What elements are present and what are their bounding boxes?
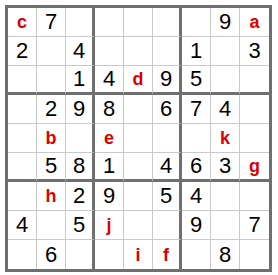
cell-r7c6: 5 [153, 182, 182, 211]
given-digit: 1 [190, 40, 202, 62]
cell-r7c7: 4 [182, 182, 211, 211]
given-digit: 7 [248, 214, 260, 236]
cell-r5c8[interactable]: k [211, 124, 240, 153]
cell-r7c5[interactable] [124, 182, 153, 211]
letter-marker: h [46, 187, 57, 205]
cell-r6c3: 8 [66, 153, 95, 182]
cell-r8c3: 5 [66, 211, 95, 240]
given-digit: 9 [219, 11, 231, 33]
cell-r7c3: 2 [66, 182, 95, 211]
cell-r5c7[interactable] [182, 124, 211, 153]
given-digit: 7 [190, 98, 202, 120]
cell-r8c7: 9 [182, 211, 211, 240]
given-digit: 5 [190, 68, 202, 90]
cell-r2c5[interactable] [124, 37, 153, 66]
cell-r4c7: 7 [182, 95, 211, 124]
cell-r4c2: 2 [37, 95, 66, 124]
cell-r7c2[interactable]: h [37, 182, 66, 211]
cell-r2c3: 4 [66, 37, 95, 66]
cell-r2c1: 2 [8, 37, 37, 66]
cell-r1c7[interactable] [182, 8, 211, 37]
cell-r1c6[interactable] [153, 8, 182, 37]
cell-r6c1[interactable] [8, 153, 37, 182]
cell-r9c2: 6 [37, 240, 66, 269]
cell-r8c6[interactable] [153, 211, 182, 240]
cell-r3c8[interactable] [211, 66, 240, 95]
cell-r5c4[interactable]: e [95, 124, 124, 153]
cell-r8c5[interactable] [124, 211, 153, 240]
cell-r6c8: 3 [211, 153, 240, 182]
cell-r8c4[interactable]: j [95, 211, 124, 240]
cell-r3c1[interactable] [8, 66, 37, 95]
cell-r4c5[interactable] [124, 95, 153, 124]
cell-r2c2[interactable] [37, 37, 66, 66]
given-digit: 9 [190, 214, 202, 236]
given-digit: 9 [73, 98, 85, 120]
cell-r7c4: 9 [95, 182, 124, 211]
cell-r9c9[interactable] [240, 240, 269, 269]
cell-r4c1[interactable] [8, 95, 37, 124]
cell-r7c1[interactable] [8, 182, 37, 211]
letter-marker: i [135, 246, 140, 264]
letter-marker: j [106, 216, 111, 234]
given-digit: 9 [103, 185, 115, 207]
given-digit: 1 [73, 68, 85, 90]
cell-r6c5[interactable] [124, 153, 153, 182]
cell-r8c1: 4 [8, 211, 37, 240]
given-digit: 4 [73, 40, 85, 62]
cell-r6c2: 5 [37, 153, 66, 182]
cell-r1c8: 9 [211, 8, 240, 37]
cell-r8c8[interactable] [211, 211, 240, 240]
cell-r2c4[interactable] [95, 37, 124, 66]
cell-r3c4: 4 [95, 66, 124, 95]
letter-marker: d [133, 70, 144, 88]
cell-r1c5[interactable] [124, 8, 153, 37]
cell-r4c8: 4 [211, 95, 240, 124]
letter-marker: e [104, 129, 114, 147]
cell-r2c9: 3 [240, 37, 269, 66]
cell-r4c9[interactable] [240, 95, 269, 124]
cell-r6c7: 6 [182, 153, 211, 182]
cell-r4c3: 9 [66, 95, 95, 124]
letter-marker: f [163, 246, 169, 264]
given-digit: 4 [16, 214, 28, 236]
letter-marker: a [249, 13, 259, 31]
cell-r9c5[interactable]: i [124, 240, 153, 269]
cell-r5c9[interactable] [240, 124, 269, 153]
given-digit: 3 [248, 40, 260, 62]
cell-r3c7: 5 [182, 66, 211, 95]
cell-r2c6[interactable] [153, 37, 182, 66]
cell-r9c3[interactable] [66, 240, 95, 269]
cell-r5c1[interactable] [8, 124, 37, 153]
cell-r3c6: 9 [153, 66, 182, 95]
given-digit: 5 [160, 185, 172, 207]
given-digit: 7 [45, 11, 57, 33]
given-digit: 8 [219, 244, 231, 266]
cell-r6c6: 4 [153, 153, 182, 182]
cell-r2c7: 1 [182, 37, 211, 66]
given-digit: 9 [160, 68, 172, 90]
letter-marker: b [46, 129, 57, 147]
cell-r7c9[interactable] [240, 182, 269, 211]
cell-r3c9[interactable] [240, 66, 269, 95]
cell-r8c2[interactable] [37, 211, 66, 240]
given-digit: 4 [219, 98, 231, 120]
given-digit: 2 [16, 40, 28, 62]
cell-r9c4[interactable] [95, 240, 124, 269]
cell-r6c9[interactable]: g [240, 153, 269, 182]
cell-r1c2: 7 [37, 8, 66, 37]
given-digit: 5 [73, 214, 85, 236]
given-digit: 6 [160, 98, 172, 120]
cell-r5c3[interactable] [66, 124, 95, 153]
given-digit: 4 [103, 68, 115, 90]
given-digit: 8 [73, 155, 85, 177]
letter-marker: k [220, 129, 230, 147]
given-digit: 2 [45, 98, 57, 120]
given-digit: 4 [160, 155, 172, 177]
letter-marker: c [17, 13, 27, 31]
cell-r2c8[interactable] [211, 37, 240, 66]
cell-r3c3: 1 [66, 66, 95, 95]
cell-r8c9: 7 [240, 211, 269, 240]
cell-r3c5[interactable]: d [124, 66, 153, 95]
cell-r5c5[interactable] [124, 124, 153, 153]
cell-r5c6[interactable] [153, 124, 182, 153]
cell-r9c7[interactable] [182, 240, 211, 269]
cell-r6c4: 1 [95, 153, 124, 182]
cell-r1c4[interactable] [95, 8, 124, 37]
cell-r9c8: 8 [211, 240, 240, 269]
letter-marker: g [249, 157, 260, 175]
given-digit: 6 [45, 244, 57, 266]
cell-r4c4: 8 [95, 95, 124, 124]
cell-r1c1[interactable]: c [8, 8, 37, 37]
given-digit: 3 [219, 155, 231, 177]
given-digit: 8 [103, 98, 115, 120]
cell-r1c3[interactable] [66, 8, 95, 37]
given-digit: 2 [73, 185, 85, 207]
cell-r7c8[interactable] [211, 182, 240, 211]
given-digit: 4 [190, 185, 202, 207]
cell-r5c2[interactable]: b [37, 124, 66, 153]
cell-r9c1[interactable] [8, 240, 37, 269]
cell-r1c9[interactable]: a [240, 8, 269, 37]
given-digit: 1 [103, 155, 115, 177]
cell-r9c6[interactable]: f [153, 240, 182, 269]
given-digit: 6 [190, 155, 202, 177]
given-digit: 5 [45, 155, 57, 177]
cell-r4c6: 6 [153, 95, 182, 124]
sudoku-board: c79a241314d95298674bek581463gh295445j976… [5, 5, 272, 272]
cell-r3c2[interactable] [37, 66, 66, 95]
